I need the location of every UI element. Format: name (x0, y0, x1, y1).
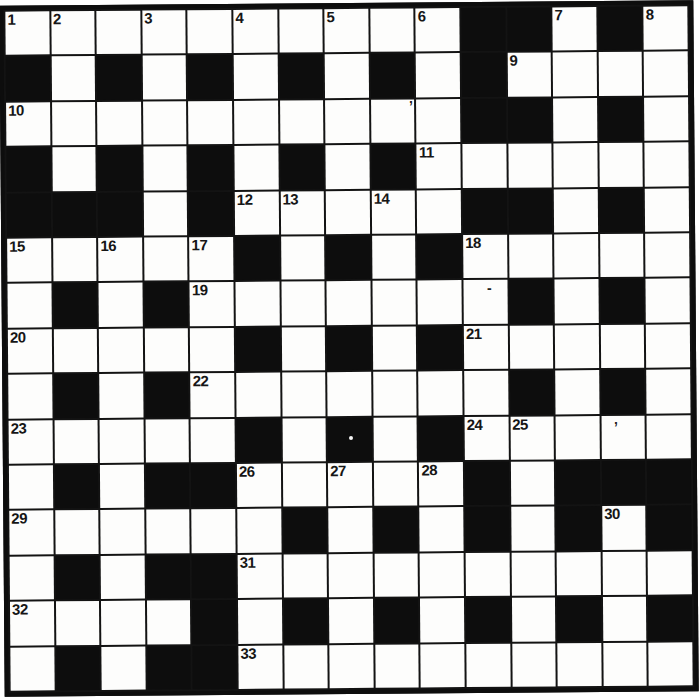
cell-r7c10[interactable] (418, 281, 462, 325)
cell-r8c1[interactable]: 20 (8, 329, 52, 373)
cell-r10c3[interactable] (100, 419, 144, 463)
cell-r14c3[interactable] (101, 601, 145, 645)
cell-r11c6[interactable]: 26 (237, 464, 281, 508)
cell-r11c12[interactable] (510, 461, 554, 505)
cell-r7c11[interactable] (463, 280, 507, 324)
clue-number: 31 (240, 554, 256, 571)
clue-number: 16 (100, 237, 116, 254)
cell-r12c6[interactable] (237, 509, 281, 553)
cell-r9c12 (510, 371, 554, 415)
cell-r1c3[interactable] (97, 11, 141, 55)
cell-r5c5 (189, 192, 233, 236)
clue-number: 12 (237, 190, 253, 207)
cell-r15c4 (147, 646, 191, 690)
cell-r1c5[interactable] (188, 10, 232, 54)
clue-number: 2 (53, 10, 61, 27)
clue-number: 14 (374, 189, 390, 206)
cell-r1c14 (598, 7, 642, 51)
cell-r7c3[interactable] (99, 283, 143, 327)
cell-r8c5[interactable] (190, 328, 234, 372)
cell-r5c15[interactable] (645, 188, 689, 232)
cell-r14c12[interactable] (512, 598, 556, 642)
cell-r7c13[interactable] (555, 279, 599, 323)
cell-r8c8 (327, 327, 371, 371)
cell-r8c3[interactable] (99, 328, 143, 372)
clue-number: 22 (193, 372, 209, 389)
cell-r12c8[interactable] (328, 508, 372, 552)
clue-number: 7 (555, 6, 563, 23)
cell-r8c7[interactable] (281, 327, 325, 371)
cell-r15c7[interactable] (284, 645, 328, 689)
cell-r9c14 (601, 370, 645, 414)
clue-number: 15 (9, 238, 25, 255)
cell-r11c14 (602, 461, 646, 505)
cell-r2c14[interactable] (598, 52, 642, 96)
cell-r1c1[interactable]: 1 (5, 11, 49, 55)
cell-r13c15[interactable] (648, 551, 692, 595)
cell-r7c4 (144, 283, 188, 327)
cell-r12c5[interactable] (192, 509, 236, 553)
cell-r1c4[interactable]: 3 (142, 10, 186, 54)
clue-number: 28 (421, 461, 437, 478)
cell-r2c5 (188, 55, 232, 99)
cell-r14c6[interactable] (238, 600, 282, 644)
cell-r12c11 (465, 507, 509, 551)
cell-r4c8[interactable] (326, 145, 370, 189)
cell-r9c8[interactable] (327, 372, 371, 416)
cell-r9c1[interactable] (8, 375, 52, 419)
cell-r6c7[interactable] (281, 236, 325, 280)
cell-r6c5[interactable]: 17 (190, 237, 234, 281)
cell-r2c1 (6, 57, 50, 101)
cell-r7c8[interactable] (327, 281, 371, 325)
cell-r1c2[interactable]: 2 (51, 11, 95, 55)
cell-r5c13[interactable] (554, 189, 598, 233)
cell-r13c14[interactable] (602, 551, 646, 595)
cell-r6c10 (418, 235, 462, 279)
cell-r1c9[interactable] (370, 8, 414, 52)
clue-number: 29 (11, 510, 27, 527)
cell-r15c1[interactable] (10, 647, 54, 691)
clue-number: 9 (509, 52, 517, 69)
cell-r9c2 (54, 374, 98, 418)
cell-r10c6 (237, 418, 281, 462)
clue-number: 1 (7, 11, 15, 28)
cell-r14c13 (557, 597, 601, 641)
cell-r10c14[interactable] (601, 415, 645, 459)
cell-r2c3 (97, 56, 141, 100)
cell-r14c5 (192, 600, 236, 644)
clue-number: 19 (192, 281, 208, 298)
cell-r11c10[interactable]: 28 (419, 462, 463, 506)
cell-r4c5 (189, 146, 233, 190)
cell-r13c9[interactable] (374, 553, 418, 597)
cell-r11c9[interactable] (374, 462, 418, 506)
clue-number: 10 (8, 101, 24, 118)
cell-r3c12 (508, 98, 552, 142)
cell-r12c9 (374, 508, 418, 552)
cell-r3c15[interactable] (644, 97, 688, 141)
cell-r10c10 (419, 417, 463, 461)
cell-r11c13 (556, 461, 600, 505)
cell-r2c6[interactable] (234, 55, 278, 99)
cell-r8c2[interactable] (53, 329, 97, 373)
cell-r15c12[interactable] (512, 643, 556, 687)
cell-r14c1[interactable]: 32 (10, 602, 54, 646)
cell-r2c10[interactable] (416, 54, 460, 98)
cell-r3c3[interactable] (97, 101, 141, 145)
cell-r11c4 (146, 464, 190, 508)
cell-r10c15[interactable] (647, 415, 691, 459)
cell-r1c12 (507, 7, 551, 51)
cell-r12c2[interactable] (55, 510, 99, 554)
clue-number: 25 (512, 415, 528, 432)
cell-r7c15[interactable] (646, 279, 690, 323)
clue-number: 21 (466, 325, 482, 342)
cell-r14c10[interactable] (420, 598, 464, 642)
cell-r13c4 (146, 555, 190, 599)
cell-r4c6[interactable] (234, 146, 278, 190)
crossword-board: 1234567891011121314151617181920212223242… (0, 0, 699, 696)
cell-r5c7[interactable]: 13 (280, 191, 324, 235)
cell-r3c13[interactable] (553, 98, 597, 142)
cell-r3c7[interactable] (280, 100, 324, 144)
cell-r6c13[interactable] (554, 234, 598, 278)
cell-r15c9[interactable] (375, 644, 419, 688)
cell-r10c5[interactable] (191, 418, 235, 462)
cell-r1c6[interactable]: 4 (233, 10, 277, 54)
cell-r8c14[interactable] (601, 324, 645, 368)
cell-r3c9[interactable] (371, 99, 415, 143)
cell-r14c8[interactable] (329, 599, 373, 643)
cell-r8c4[interactable] (145, 328, 189, 372)
cell-r2c2[interactable] (51, 56, 95, 100)
cell-r7c7[interactable] (281, 282, 325, 326)
cell-r10c12[interactable]: 25 (510, 416, 554, 460)
cell-r6c8 (326, 236, 370, 280)
clue-number: 6 (418, 7, 426, 24)
cell-r6c2[interactable] (53, 238, 97, 282)
cell-r8c11[interactable]: 21 (464, 326, 508, 370)
cell-r3c4[interactable] (143, 101, 187, 145)
cell-r9c3[interactable] (99, 374, 143, 418)
cell-r4c13[interactable] (554, 143, 598, 187)
cell-r1c8[interactable]: 5 (325, 9, 369, 53)
cell-r14c7 (284, 599, 328, 643)
cell-r4c15[interactable] (645, 143, 689, 187)
cell-r7c14 (600, 279, 644, 323)
cell-r12c1[interactable]: 29 (9, 511, 53, 555)
crossword-board-wrap: 1234567891011121314151617181920212223242… (0, 0, 699, 696)
cell-r1c11 (461, 8, 505, 52)
cell-r13c3[interactable] (101, 555, 145, 599)
cell-r2c15[interactable] (644, 52, 688, 96)
cell-r11c2 (55, 465, 99, 509)
cell-r3c10[interactable] (416, 99, 460, 143)
cell-r1c15[interactable]: 8 (644, 6, 688, 50)
cell-r14c14[interactable] (603, 597, 647, 641)
cell-r15c14[interactable] (603, 642, 647, 686)
cell-r13c10[interactable] (420, 553, 464, 597)
cell-r4c12[interactable] (508, 144, 552, 188)
cell-r3c5[interactable] (188, 101, 232, 145)
cell-r12c14[interactable]: 30 (602, 506, 646, 550)
cell-r13c1[interactable] (10, 556, 54, 600)
cell-r6c3[interactable]: 16 (98, 238, 142, 282)
cell-r11c1[interactable] (9, 465, 53, 509)
cell-r5c11 (463, 189, 507, 233)
cell-r9c9[interactable] (373, 372, 417, 416)
cell-r8c12[interactable] (509, 325, 553, 369)
clue-number: 13 (282, 190, 298, 207)
cell-r3c6[interactable] (234, 100, 278, 144)
cell-r12c13 (556, 506, 600, 550)
cell-r13c12[interactable] (511, 552, 555, 596)
cell-r7c9[interactable] (372, 281, 416, 325)
cell-r14c15 (648, 597, 692, 641)
cell-r2c9 (370, 54, 414, 98)
cell-r15c11[interactable] (466, 643, 510, 687)
clue-number: 4 (235, 9, 243, 26)
cell-r11c11 (465, 462, 509, 506)
cell-r10c11[interactable]: 24 (465, 416, 509, 460)
cell-r4c1 (6, 148, 50, 192)
cell-r11c7[interactable] (282, 463, 326, 507)
cell-r10c9[interactable] (373, 417, 417, 461)
cell-r5c14 (600, 188, 644, 232)
cell-r10c4[interactable] (145, 419, 189, 463)
cell-r2c7 (279, 55, 323, 99)
cell-r9c4 (145, 373, 189, 417)
cell-r14c11 (466, 598, 510, 642)
cell-r5c9[interactable]: 14 (372, 190, 416, 234)
cell-r2c12[interactable]: 9 (507, 53, 551, 97)
cell-r4c11[interactable] (462, 144, 506, 188)
cell-r6c4[interactable] (144, 237, 188, 281)
cell-r6c11[interactable]: 18 (463, 235, 507, 279)
cell-r9c13[interactable] (555, 370, 599, 414)
cell-r15c2 (56, 647, 100, 691)
cell-r12c15 (648, 506, 692, 550)
cell-r9c5[interactable]: 22 (191, 373, 235, 417)
cell-r15c10[interactable] (421, 644, 465, 688)
cell-r10c8 (328, 417, 372, 461)
cell-r9c10[interactable] (419, 371, 463, 415)
cell-r13c6[interactable]: 31 (238, 554, 282, 598)
cell-r11c3[interactable] (100, 465, 144, 509)
cell-r13c5 (192, 555, 236, 599)
cell-r10c1[interactable]: 23 (9, 420, 53, 464)
cell-r3c8[interactable] (325, 100, 369, 144)
cell-r1c13[interactable]: 7 (553, 7, 597, 51)
cell-r7c6[interactable] (235, 282, 279, 326)
clue-number: 11 (419, 144, 434, 161)
cell-r4c7 (280, 145, 324, 189)
cell-r10c2[interactable] (54, 420, 98, 464)
cell-r1c7[interactable] (279, 9, 323, 53)
cell-r8c10 (418, 326, 462, 370)
cell-r5c4[interactable] (144, 192, 188, 236)
cell-r7c5[interactable]: 19 (190, 282, 234, 326)
clue-number: 27 (330, 462, 346, 479)
cell-r3c2[interactable] (52, 102, 96, 146)
cell-r13c13[interactable] (557, 552, 601, 596)
cell-r12c3[interactable] (100, 510, 144, 554)
cell-r10c13[interactable] (556, 416, 600, 460)
clue-number: 8 (646, 6, 654, 23)
cell-r2c4[interactable] (142, 56, 186, 100)
cell-r12c10[interactable] (420, 507, 464, 551)
clue-number: 23 (11, 419, 27, 436)
cell-r4c3 (98, 147, 142, 191)
cell-r7c2 (53, 283, 97, 327)
cell-r4c14[interactable] (599, 143, 643, 187)
clue-number: 18 (465, 234, 481, 251)
cell-r5c8[interactable] (326, 190, 370, 234)
cell-r3c14 (599, 97, 643, 141)
cell-r8c9[interactable] (373, 326, 417, 370)
cell-r4c9 (371, 145, 415, 189)
cell-r4c10[interactable]: 11 (417, 144, 461, 188)
cell-r5c1 (7, 193, 51, 237)
cell-r12c7 (283, 509, 327, 553)
cell-r6c12[interactable] (509, 234, 553, 278)
cell-r14c9 (375, 599, 419, 643)
cell-r13c2 (55, 556, 99, 600)
cell-r11c8[interactable]: 27 (328, 463, 372, 507)
clue-number: 3 (144, 10, 152, 27)
cell-r9c11[interactable] (464, 371, 508, 415)
cell-r6c6 (235, 237, 279, 281)
cell-r11c15 (647, 460, 691, 504)
cell-r10c7[interactable] (282, 418, 326, 462)
clue-number: 32 (12, 601, 28, 618)
cell-r15c13[interactable] (558, 643, 602, 687)
cell-r9c15[interactable] (647, 370, 691, 414)
cell-r6c9[interactable] (372, 235, 416, 279)
cell-r2c8[interactable] (325, 54, 369, 98)
cell-r13c11[interactable] (466, 553, 510, 597)
cell-r2c13[interactable] (553, 52, 597, 96)
cell-r2c11 (462, 53, 506, 97)
cell-r4c2[interactable] (52, 147, 96, 191)
cell-r8c6 (236, 327, 280, 371)
clue-number: 17 (192, 236, 208, 253)
cell-r11c5 (191, 464, 235, 508)
cell-r3c11 (462, 99, 506, 143)
cell-r6c15[interactable] (645, 233, 689, 277)
clue-number: 30 (604, 505, 620, 522)
cell-r5c12 (508, 189, 552, 233)
cell-r13c7[interactable] (283, 554, 327, 598)
cell-r3c1[interactable]: 10 (6, 102, 50, 146)
cell-r1c10[interactable]: 6 (416, 8, 460, 52)
cell-r14c4[interactable] (147, 600, 191, 644)
cell-r9c7[interactable] (282, 372, 326, 416)
cell-r8c13[interactable] (555, 325, 599, 369)
cell-r5c6[interactable]: 12 (235, 191, 279, 235)
cell-r15c3[interactable] (102, 646, 146, 690)
cell-r5c3 (98, 192, 142, 236)
cell-r15c6[interactable]: 33 (238, 645, 282, 689)
cell-r9c6[interactable] (236, 373, 280, 417)
cell-r7c1[interactable] (7, 284, 51, 328)
clue-number: 20 (10, 328, 26, 345)
cell-r13c8[interactable] (329, 554, 373, 598)
cell-r12c4[interactable] (146, 510, 190, 554)
cell-r14c2[interactable] (56, 601, 100, 645)
cell-r6c1[interactable]: 15 (7, 238, 51, 282)
cell-r15c8[interactable] (330, 644, 374, 688)
cell-r15c15[interactable] (649, 642, 693, 686)
cell-r5c2 (52, 193, 96, 237)
cell-r8c15[interactable] (646, 324, 690, 368)
clue-number: 5 (327, 8, 335, 25)
cell-r12c12[interactable] (511, 507, 555, 551)
clue-number: 26 (239, 463, 255, 480)
clue-number: 33 (240, 644, 256, 661)
cell-r4c4[interactable] (143, 146, 187, 190)
cell-r7c12 (509, 280, 553, 324)
cell-r5c10[interactable] (417, 190, 461, 234)
cell-r15c5 (193, 645, 237, 689)
clue-number: 24 (467, 416, 483, 433)
cell-r6c14[interactable] (600, 234, 644, 278)
